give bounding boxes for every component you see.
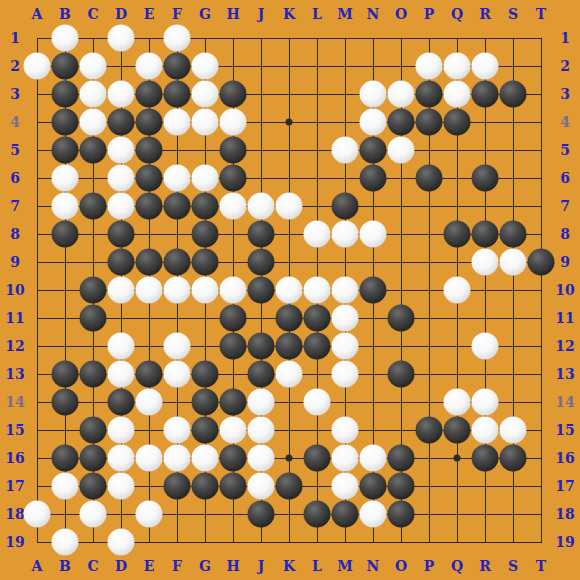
black-stone-H5[interactable] (220, 137, 247, 164)
white-stone-B19[interactable] (52, 529, 79, 556)
black-stone-L11[interactable] (304, 305, 331, 332)
black-stone-H17[interactable] (220, 473, 247, 500)
white-stone-D7[interactable] (108, 193, 135, 220)
white-stone-F12[interactable] (164, 333, 191, 360)
black-stone-E4[interactable] (136, 109, 163, 136)
white-stone-J17[interactable] (248, 473, 275, 500)
white-stone-F16[interactable] (164, 445, 191, 472)
black-stone-Q15[interactable] (444, 417, 471, 444)
black-stone-M18[interactable] (332, 501, 359, 528)
row-label-right-7: 7 (560, 199, 570, 213)
white-stone-A2[interactable] (24, 53, 51, 80)
black-stone-N5[interactable] (360, 137, 387, 164)
white-stone-G2[interactable] (192, 53, 219, 80)
black-stone-L18[interactable] (304, 501, 331, 528)
black-stone-G15[interactable] (192, 417, 219, 444)
white-stone-D13[interactable] (108, 361, 135, 388)
white-stone-D15[interactable] (108, 417, 135, 444)
white-stone-H7[interactable] (220, 193, 247, 220)
black-stone-P3[interactable] (416, 81, 443, 108)
black-stone-J9[interactable] (248, 249, 275, 276)
white-stone-F13[interactable] (164, 361, 191, 388)
white-stone-H4[interactable] (220, 109, 247, 136)
col-label-bottom-A: A (32, 559, 43, 573)
black-stone-R16[interactable] (472, 445, 499, 472)
col-label-bottom-S: S (508, 559, 518, 573)
black-stone-O4[interactable] (388, 109, 415, 136)
black-stone-N17[interactable] (360, 473, 387, 500)
row-label-right-3: 3 (560, 87, 570, 101)
row-label-left-10: 10 (5, 283, 24, 297)
white-stone-S15[interactable] (500, 417, 527, 444)
white-stone-G6[interactable] (192, 165, 219, 192)
row-label-right-18: 18 (555, 507, 574, 521)
white-stone-M12[interactable] (332, 333, 359, 360)
black-stone-P6[interactable] (416, 165, 443, 192)
black-stone-H14[interactable] (220, 389, 247, 416)
white-stone-Q2[interactable] (444, 53, 471, 80)
black-stone-S16[interactable] (500, 445, 527, 472)
white-stone-N18[interactable] (360, 501, 387, 528)
white-stone-D17[interactable] (108, 473, 135, 500)
col-label-top-A: A (32, 7, 43, 21)
row-label-left-6: 6 (10, 171, 20, 185)
white-stone-K13[interactable] (276, 361, 303, 388)
black-stone-F3[interactable] (164, 81, 191, 108)
row-label-left-4: 4 (10, 115, 20, 129)
black-stone-C7[interactable] (80, 193, 107, 220)
white-stone-C4[interactable] (80, 109, 107, 136)
black-stone-C11[interactable] (80, 305, 107, 332)
black-stone-M7[interactable] (332, 193, 359, 220)
col-label-bottom-K: K (283, 559, 295, 573)
black-stone-E7[interactable] (136, 193, 163, 220)
black-stone-B8[interactable] (52, 221, 79, 248)
white-stone-Q3[interactable] (444, 81, 471, 108)
row-label-left-13: 13 (5, 367, 24, 381)
black-stone-E6[interactable] (136, 165, 163, 192)
black-stone-G9[interactable] (192, 249, 219, 276)
white-stone-H15[interactable] (220, 417, 247, 444)
white-stone-A18[interactable] (24, 501, 51, 528)
black-stone-D8[interactable] (108, 221, 135, 248)
hoshi-K16 (286, 455, 293, 462)
black-stone-Q4[interactable] (444, 109, 471, 136)
black-stone-C10[interactable] (80, 277, 107, 304)
col-label-top-C: C (87, 7, 98, 21)
row-label-left-3: 3 (10, 87, 20, 101)
black-stone-T9[interactable] (528, 249, 555, 276)
col-label-top-D: D (115, 7, 127, 21)
col-label-bottom-E: E (144, 559, 155, 573)
row-label-left-17: 17 (5, 479, 24, 493)
row-label-left-18: 18 (5, 507, 24, 521)
col-label-top-R: R (479, 7, 491, 21)
white-stone-L14[interactable] (304, 389, 331, 416)
row-label-left-2: 2 (10, 59, 20, 73)
row-label-left-7: 7 (10, 199, 20, 213)
col-label-bottom-F: F (172, 559, 182, 573)
row-label-left-15: 15 (5, 423, 24, 437)
row-label-right-10: 10 (555, 283, 574, 297)
white-stone-N16[interactable] (360, 445, 387, 472)
col-label-top-B: B (59, 7, 71, 21)
black-stone-R6[interactable] (472, 165, 499, 192)
col-label-top-K: K (283, 7, 295, 21)
black-stone-B13[interactable] (52, 361, 79, 388)
row-label-right-11: 11 (555, 311, 574, 325)
black-stone-O11[interactable] (388, 305, 415, 332)
white-stone-E18[interactable] (136, 501, 163, 528)
white-stone-F15[interactable] (164, 417, 191, 444)
white-stone-D1[interactable] (108, 25, 135, 52)
white-stone-E16[interactable] (136, 445, 163, 472)
black-stone-H11[interactable] (220, 305, 247, 332)
row-label-right-15: 15 (555, 423, 574, 437)
row-label-right-6: 6 (560, 171, 570, 185)
col-label-bottom-P: P (424, 559, 435, 573)
black-stone-J10[interactable] (248, 277, 275, 304)
col-label-bottom-L: L (312, 559, 322, 573)
col-label-top-H: H (226, 7, 239, 21)
black-stone-K12[interactable] (276, 333, 303, 360)
black-stone-G8[interactable] (192, 221, 219, 248)
white-stone-N4[interactable] (360, 109, 387, 136)
row-label-left-9: 9 (10, 255, 20, 269)
black-stone-L16[interactable] (304, 445, 331, 472)
white-stone-S9[interactable] (500, 249, 527, 276)
white-stone-M5[interactable] (332, 137, 359, 164)
black-stone-F17[interactable] (164, 473, 191, 500)
row-label-left-5: 5 (10, 143, 20, 157)
black-stone-J8[interactable] (248, 221, 275, 248)
black-stone-Q8[interactable] (444, 221, 471, 248)
black-stone-P4[interactable] (416, 109, 443, 136)
row-label-left-12: 12 (5, 339, 24, 353)
black-stone-G13[interactable] (192, 361, 219, 388)
black-stone-H6[interactable] (220, 165, 247, 192)
black-stone-F2[interactable] (164, 53, 191, 80)
black-stone-S3[interactable] (500, 81, 527, 108)
black-stone-R3[interactable] (472, 81, 499, 108)
white-stone-M8[interactable] (332, 221, 359, 248)
row-label-right-16: 16 (555, 451, 574, 465)
col-label-bottom-O: O (395, 559, 407, 573)
black-stone-J18[interactable] (248, 501, 275, 528)
row-label-right-5: 5 (560, 143, 570, 157)
white-stone-J14[interactable] (248, 389, 275, 416)
col-label-top-F: F (172, 7, 182, 21)
white-stone-D12[interactable] (108, 333, 135, 360)
white-stone-C18[interactable] (80, 501, 107, 528)
black-stone-J13[interactable] (248, 361, 275, 388)
white-stone-P2[interactable] (416, 53, 443, 80)
white-stone-F10[interactable] (164, 277, 191, 304)
black-stone-F7[interactable] (164, 193, 191, 220)
black-stone-C15[interactable] (80, 417, 107, 444)
white-stone-D6[interactable] (108, 165, 135, 192)
white-stone-B1[interactable] (52, 25, 79, 52)
white-stone-B6[interactable] (52, 165, 79, 192)
black-stone-S8[interactable] (500, 221, 527, 248)
white-stone-G3[interactable] (192, 81, 219, 108)
white-stone-R9[interactable] (472, 249, 499, 276)
col-label-bottom-D: D (115, 559, 127, 573)
black-stone-D4[interactable] (108, 109, 135, 136)
white-stone-J16[interactable] (248, 445, 275, 472)
row-label-right-8: 8 (560, 227, 570, 241)
white-stone-M11[interactable] (332, 305, 359, 332)
go-board[interactable]: AABBCCDDEEFFGGHHJJKKLLMMNNOOPPQQRRSSTT11… (0, 0, 580, 580)
black-stone-B4[interactable] (52, 109, 79, 136)
black-stone-L12[interactable] (304, 333, 331, 360)
white-stone-O5[interactable] (388, 137, 415, 164)
white-stone-H10[interactable] (220, 277, 247, 304)
white-stone-K10[interactable] (276, 277, 303, 304)
row-label-left-11: 11 (5, 311, 24, 325)
black-stone-B3[interactable] (52, 81, 79, 108)
white-stone-D16[interactable] (108, 445, 135, 472)
col-label-bottom-J: J (258, 559, 265, 573)
black-stone-C17[interactable] (80, 473, 107, 500)
white-stone-B7[interactable] (52, 193, 79, 220)
row-label-right-13: 13 (555, 367, 574, 381)
black-stone-O18[interactable] (388, 501, 415, 528)
black-stone-D9[interactable] (108, 249, 135, 276)
row-label-left-19: 19 (5, 535, 24, 549)
black-stone-B16[interactable] (52, 445, 79, 472)
black-stone-K11[interactable] (276, 305, 303, 332)
white-stone-L10[interactable] (304, 277, 331, 304)
grid-hline-18 (37, 514, 542, 515)
row-label-left-8: 8 (10, 227, 20, 241)
black-stone-E5[interactable] (136, 137, 163, 164)
white-stone-N3[interactable] (360, 81, 387, 108)
white-stone-D3[interactable] (108, 81, 135, 108)
white-stone-O3[interactable] (388, 81, 415, 108)
row-label-right-2: 2 (560, 59, 570, 73)
col-label-top-S: S (508, 7, 518, 21)
col-label-top-T: T (536, 7, 546, 21)
black-stone-D14[interactable] (108, 389, 135, 416)
white-stone-R12[interactable] (472, 333, 499, 360)
col-label-bottom-C: C (87, 559, 98, 573)
col-label-bottom-H: H (226, 559, 239, 573)
black-stone-F9[interactable] (164, 249, 191, 276)
hoshi-Q16 (454, 455, 461, 462)
white-stone-E14[interactable] (136, 389, 163, 416)
white-stone-R2[interactable] (472, 53, 499, 80)
black-stone-O17[interactable] (388, 473, 415, 500)
black-stone-K17[interactable] (276, 473, 303, 500)
black-stone-H3[interactable] (220, 81, 247, 108)
row-label-right-19: 19 (555, 535, 574, 549)
black-stone-G7[interactable] (192, 193, 219, 220)
col-label-top-L: L (312, 7, 322, 21)
row-label-right-9: 9 (560, 255, 570, 269)
col-label-top-J: J (258, 7, 265, 21)
white-stone-D19[interactable] (108, 529, 135, 556)
col-label-top-M: M (337, 7, 353, 21)
white-stone-M10[interactable] (332, 277, 359, 304)
col-label-bottom-R: R (479, 559, 491, 573)
black-stone-N6[interactable] (360, 165, 387, 192)
white-stone-J7[interactable] (248, 193, 275, 220)
black-stone-G14[interactable] (192, 389, 219, 416)
black-stone-J12[interactable] (248, 333, 275, 360)
white-stone-R14[interactable] (472, 389, 499, 416)
hoshi-K4 (286, 119, 293, 126)
white-stone-N8[interactable] (360, 221, 387, 248)
white-stone-F6[interactable] (164, 165, 191, 192)
white-stone-Q10[interactable] (444, 277, 471, 304)
row-label-left-16: 16 (5, 451, 24, 465)
col-label-top-P: P (424, 7, 435, 21)
white-stone-M13[interactable] (332, 361, 359, 388)
black-stone-C16[interactable] (80, 445, 107, 472)
col-label-bottom-Q: Q (451, 559, 463, 573)
black-stone-B5[interactable] (52, 137, 79, 164)
col-label-top-E: E (144, 7, 155, 21)
white-stone-D5[interactable] (108, 137, 135, 164)
black-stone-E13[interactable] (136, 361, 163, 388)
white-stone-M16[interactable] (332, 445, 359, 472)
white-stone-M15[interactable] (332, 417, 359, 444)
black-stone-H16[interactable] (220, 445, 247, 472)
black-stone-P15[interactable] (416, 417, 443, 444)
white-stone-Q14[interactable] (444, 389, 471, 416)
black-stone-E9[interactable] (136, 249, 163, 276)
col-label-bottom-M: M (337, 559, 353, 573)
black-stone-E3[interactable] (136, 81, 163, 108)
black-stone-R8[interactable] (472, 221, 499, 248)
white-stone-M17[interactable] (332, 473, 359, 500)
row-label-right-4: 4 (560, 115, 570, 129)
white-stone-B17[interactable] (52, 473, 79, 500)
row-label-right-1: 1 (560, 31, 570, 45)
col-label-top-G: G (199, 7, 211, 21)
white-stone-L8[interactable] (304, 221, 331, 248)
white-stone-E2[interactable] (136, 53, 163, 80)
grid-vline-T (541, 38, 542, 543)
white-stone-R15[interactable] (472, 417, 499, 444)
white-stone-K7[interactable] (276, 193, 303, 220)
black-stone-C5[interactable] (80, 137, 107, 164)
col-label-top-O: O (395, 7, 407, 21)
white-stone-J15[interactable] (248, 417, 275, 444)
black-stone-B2[interactable] (52, 53, 79, 80)
black-stone-O13[interactable] (388, 361, 415, 388)
col-label-top-Q: Q (451, 7, 463, 21)
row-label-right-17: 17 (555, 479, 574, 493)
white-stone-C2[interactable] (80, 53, 107, 80)
col-label-bottom-T: T (536, 559, 546, 573)
white-stone-G10[interactable] (192, 277, 219, 304)
col-label-bottom-B: B (59, 559, 71, 573)
white-stone-F1[interactable] (164, 25, 191, 52)
black-stone-O16[interactable] (388, 445, 415, 472)
black-stone-H12[interactable] (220, 333, 247, 360)
white-stone-G16[interactable] (192, 445, 219, 472)
col-label-top-N: N (367, 7, 380, 21)
row-label-left-14: 14 (5, 395, 24, 409)
black-stone-C13[interactable] (80, 361, 107, 388)
white-stone-D10[interactable] (108, 277, 135, 304)
row-label-left-1: 1 (10, 31, 20, 45)
black-stone-B14[interactable] (52, 389, 79, 416)
black-stone-N10[interactable] (360, 277, 387, 304)
white-stone-C3[interactable] (80, 81, 107, 108)
white-stone-E10[interactable] (136, 277, 163, 304)
black-stone-G17[interactable] (192, 473, 219, 500)
white-stone-G4[interactable] (192, 109, 219, 136)
row-label-right-14: 14 (555, 395, 574, 409)
white-stone-F4[interactable] (164, 109, 191, 136)
col-label-bottom-G: G (199, 559, 211, 573)
row-label-right-12: 12 (555, 339, 574, 353)
col-label-bottom-N: N (367, 559, 380, 573)
